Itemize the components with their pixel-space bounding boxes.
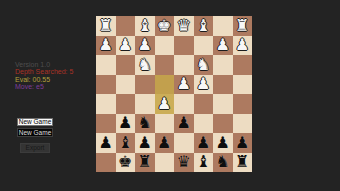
square-b4[interactable]: [213, 75, 233, 95]
square-d1[interactable]: ♛: [174, 16, 194, 36]
status-line-version: Version 1.0: [15, 61, 73, 68]
square-b5[interactable]: [213, 94, 233, 114]
black-knight: ♞: [216, 152, 230, 171]
white-king: ♚: [157, 16, 171, 35]
square-b8[interactable]: ♞: [213, 153, 233, 173]
new-game-button-primary[interactable]: New Game: [17, 118, 53, 127]
black-rook: ♜: [235, 152, 249, 171]
square-e3[interactable]: [155, 55, 175, 75]
white-pawn: ♟: [138, 35, 152, 54]
white-knight: ♞: [138, 55, 152, 74]
black-pawn: ♟: [99, 133, 113, 152]
chess-board: ♜♝♚♛♝♜♟♟♟♟♟♞♞♟♟♟♟♞♟♟♝♟♟♟♟♟♚♜♛♝♞♜: [96, 16, 252, 172]
square-a2[interactable]: ♟: [233, 36, 253, 56]
black-bishop: ♝: [118, 133, 132, 152]
square-h7[interactable]: ♟: [96, 133, 116, 153]
square-g2[interactable]: ♟: [116, 36, 136, 56]
square-a1[interactable]: ♜: [233, 16, 253, 36]
square-c5[interactable]: [194, 94, 214, 114]
square-f3[interactable]: ♞: [135, 55, 155, 75]
square-h8[interactable]: [96, 153, 116, 173]
square-e1[interactable]: ♚: [155, 16, 175, 36]
white-pawn: ♟: [157, 94, 171, 113]
square-f2[interactable]: ♟: [135, 36, 155, 56]
black-king: ♚: [118, 152, 132, 171]
square-g7[interactable]: ♝: [116, 133, 136, 153]
black-knight: ♞: [138, 113, 152, 132]
square-a8[interactable]: ♜: [233, 153, 253, 173]
square-g6[interactable]: ♟: [116, 114, 136, 134]
square-a7[interactable]: ♟: [233, 133, 253, 153]
white-pawn: ♟: [177, 74, 191, 93]
white-pawn: ♟: [235, 35, 249, 54]
square-a4[interactable]: [233, 75, 253, 95]
square-e6[interactable]: [155, 114, 175, 134]
black-pawn: ♟: [138, 133, 152, 152]
square-g4[interactable]: [116, 75, 136, 95]
black-pawn: ♟: [216, 133, 230, 152]
white-knight: ♞: [196, 55, 210, 74]
square-f6[interactable]: ♞: [135, 114, 155, 134]
black-pawn: ♟: [235, 133, 249, 152]
square-d7[interactable]: [174, 133, 194, 153]
white-pawn: ♟: [196, 74, 210, 93]
square-f5[interactable]: [135, 94, 155, 114]
square-h5[interactable]: [96, 94, 116, 114]
square-d2[interactable]: [174, 36, 194, 56]
status-line-move: Move: e5: [15, 83, 73, 90]
square-h6[interactable]: [96, 114, 116, 134]
white-pawn: ♟: [99, 35, 113, 54]
square-d5[interactable]: [174, 94, 194, 114]
square-f4[interactable]: [135, 75, 155, 95]
square-c6[interactable]: [194, 114, 214, 134]
square-a3[interactable]: [233, 55, 253, 75]
square-c7[interactable]: ♟: [194, 133, 214, 153]
status-line-eval: Eval: 00.55: [15, 76, 73, 83]
square-c4[interactable]: ♟: [194, 75, 214, 95]
new-game-button-secondary[interactable]: New Game: [17, 128, 53, 137]
white-rook: ♜: [99, 16, 113, 35]
white-pawn: ♟: [118, 35, 132, 54]
square-e2[interactable]: [155, 36, 175, 56]
black-pawn: ♟: [118, 113, 132, 132]
black-rook: ♜: [138, 152, 152, 171]
square-b6[interactable]: [213, 114, 233, 134]
square-e7[interactable]: ♟: [155, 133, 175, 153]
square-b2[interactable]: ♟: [213, 36, 233, 56]
square-c8[interactable]: ♝: [194, 153, 214, 173]
white-rook: ♜: [235, 16, 249, 35]
square-g8[interactable]: ♚: [116, 153, 136, 173]
black-queen: ♛: [177, 152, 191, 171]
black-bishop: ♝: [196, 152, 210, 171]
white-bishop: ♝: [138, 16, 152, 35]
square-d6[interactable]: ♟: [174, 114, 194, 134]
square-f7[interactable]: ♟: [135, 133, 155, 153]
square-e4[interactable]: [155, 75, 175, 95]
square-f8[interactable]: ♜: [135, 153, 155, 173]
square-h4[interactable]: [96, 75, 116, 95]
square-a6[interactable]: [233, 114, 253, 134]
square-h3[interactable]: [96, 55, 116, 75]
square-b1[interactable]: [213, 16, 233, 36]
square-d3[interactable]: [174, 55, 194, 75]
square-a5[interactable]: [233, 94, 253, 114]
square-c1[interactable]: ♝: [194, 16, 214, 36]
black-pawn: ♟: [177, 113, 191, 132]
square-b3[interactable]: [213, 55, 233, 75]
black-pawn: ♟: [196, 133, 210, 152]
white-bishop: ♝: [196, 16, 210, 35]
square-c3[interactable]: ♞: [194, 55, 214, 75]
square-g5[interactable]: [116, 94, 136, 114]
square-g1[interactable]: [116, 16, 136, 36]
export-button: Export: [20, 143, 50, 153]
white-pawn: ♟: [216, 35, 230, 54]
square-d8[interactable]: ♛: [174, 153, 194, 173]
square-f1[interactable]: ♝: [135, 16, 155, 36]
square-e8[interactable]: [155, 153, 175, 173]
square-h2[interactable]: ♟: [96, 36, 116, 56]
engine-status-panel: Version 1.0Depth Searched: 5Eval: 00.55M…: [15, 61, 73, 91]
square-b7[interactable]: ♟: [213, 133, 233, 153]
black-pawn: ♟: [157, 133, 171, 152]
square-c2[interactable]: [194, 36, 214, 56]
square-e5[interactable]: ♟: [155, 94, 175, 114]
status-line-depth: Depth Searched: 5: [15, 68, 73, 75]
square-h1[interactable]: ♜: [96, 16, 116, 36]
square-d4[interactable]: ♟: [174, 75, 194, 95]
white-queen: ♛: [177, 16, 191, 35]
square-g3[interactable]: [116, 55, 136, 75]
